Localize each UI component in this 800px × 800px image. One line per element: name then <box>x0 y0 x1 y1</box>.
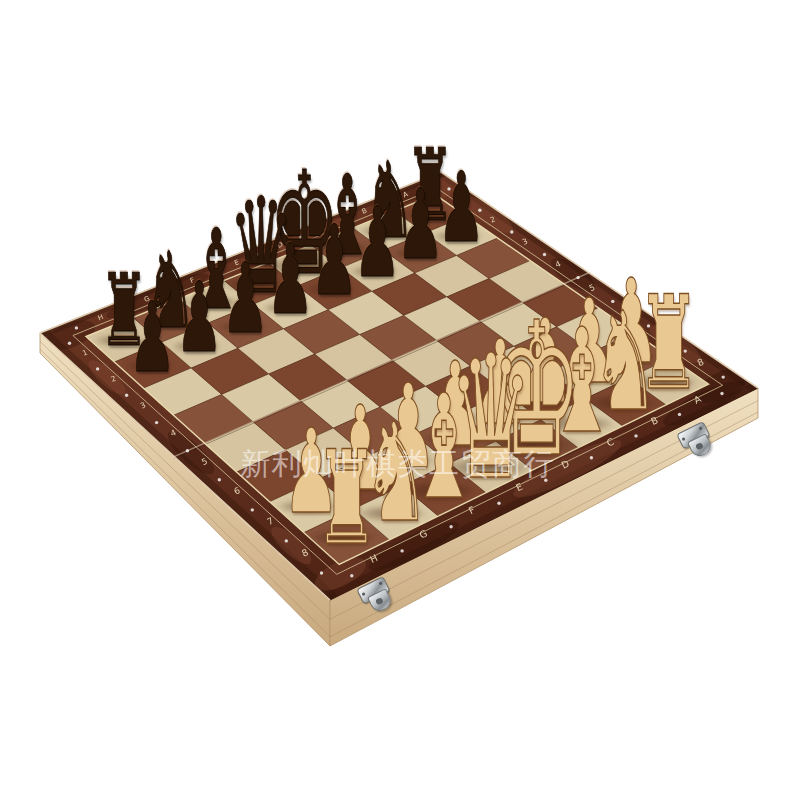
product-photo: 11HH22GG33FF44EE55DD66CC77BB88AA ♜♞♟♝♟♚♟… <box>0 0 800 800</box>
screw-dot <box>68 342 71 345</box>
screw-dot <box>155 421 158 424</box>
screw-dot <box>75 326 78 329</box>
screw-dot <box>510 230 513 233</box>
screw-dot <box>285 539 288 542</box>
screw-dot <box>251 508 254 511</box>
piece-black-pawn[interactable]: ♟ <box>264 232 317 329</box>
screw-dot <box>350 574 353 577</box>
screw-dot <box>543 253 546 256</box>
screw-dot <box>186 449 189 452</box>
piece-black-pawn[interactable]: ♟ <box>173 270 226 367</box>
piece-black-pawn[interactable]: ♟ <box>126 290 179 387</box>
screw-dot <box>218 478 221 481</box>
piece-black-pawn[interactable]: ♟ <box>219 251 272 348</box>
piece-white-rook[interactable]: ♜ <box>311 434 382 564</box>
screw-dot <box>722 375 725 378</box>
screw-dot <box>720 392 723 395</box>
screw-dot <box>125 394 128 397</box>
